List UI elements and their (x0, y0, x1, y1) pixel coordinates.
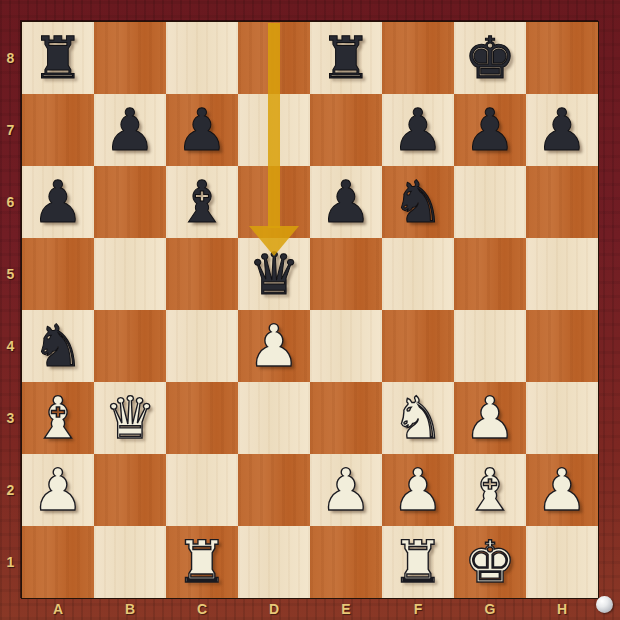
square-g5[interactable] (454, 238, 526, 310)
square-b2[interactable] (94, 454, 166, 526)
rank-label-7: 7 (0, 94, 21, 166)
square-e7[interactable] (310, 94, 382, 166)
square-a7[interactable] (22, 94, 94, 166)
square-a8[interactable]: ♜ (22, 22, 94, 94)
square-g6[interactable] (454, 166, 526, 238)
square-d8[interactable] (238, 22, 310, 94)
square-c3[interactable] (166, 382, 238, 454)
white-bishop-a3[interactable]: ♝ (32, 389, 84, 447)
square-e6[interactable]: ♟ (310, 166, 382, 238)
square-a1[interactable] (22, 526, 94, 598)
white-pawn-h2[interactable]: ♟ (536, 461, 588, 519)
square-f3[interactable]: ♞ (382, 382, 454, 454)
square-h6[interactable] (526, 166, 598, 238)
square-d2[interactable] (238, 454, 310, 526)
square-f5[interactable] (382, 238, 454, 310)
rank-label-6: 6 (0, 166, 21, 238)
square-c8[interactable] (166, 22, 238, 94)
square-g7[interactable]: ♟ (454, 94, 526, 166)
square-h7[interactable]: ♟ (526, 94, 598, 166)
square-b1[interactable] (94, 526, 166, 598)
square-e1[interactable] (310, 526, 382, 598)
board-frame: ♜♜♚♟♟♟♟♟♟♝♟♞♛♞♟♝♛♞♟♟♟♟♝♟♜♜♚ 87654321 ABC… (0, 0, 620, 620)
black-pawn-g7[interactable]: ♟ (464, 101, 516, 159)
square-f8[interactable] (382, 22, 454, 94)
square-f7[interactable]: ♟ (382, 94, 454, 166)
square-g4[interactable] (454, 310, 526, 382)
black-pawn-e6[interactable]: ♟ (320, 173, 372, 231)
square-d1[interactable] (238, 526, 310, 598)
square-d4[interactable]: ♟ (238, 310, 310, 382)
square-b5[interactable] (94, 238, 166, 310)
square-b8[interactable] (94, 22, 166, 94)
square-e8[interactable]: ♜ (310, 22, 382, 94)
rank-label-3: 3 (0, 382, 21, 454)
file-label-g: G (454, 598, 526, 620)
black-rook-e8[interactable]: ♜ (320, 29, 372, 87)
black-bishop-c6[interactable]: ♝ (176, 173, 228, 231)
square-h4[interactable] (526, 310, 598, 382)
square-h3[interactable] (526, 382, 598, 454)
square-c2[interactable] (166, 454, 238, 526)
black-pawn-b7[interactable]: ♟ (104, 101, 156, 159)
black-queen-d5[interactable]: ♛ (248, 245, 300, 303)
square-h5[interactable] (526, 238, 598, 310)
square-c5[interactable] (166, 238, 238, 310)
file-label-e: E (310, 598, 382, 620)
sphere-icon (596, 596, 613, 613)
black-pawn-f7[interactable]: ♟ (392, 101, 444, 159)
square-g3[interactable]: ♟ (454, 382, 526, 454)
black-knight-f6[interactable]: ♞ (392, 173, 444, 231)
square-b4[interactable] (94, 310, 166, 382)
square-h8[interactable] (526, 22, 598, 94)
white-knight-f3[interactable]: ♞ (392, 389, 444, 447)
square-g1[interactable]: ♚ (454, 526, 526, 598)
rank-label-8: 8 (0, 22, 21, 94)
square-c7[interactable]: ♟ (166, 94, 238, 166)
square-b7[interactable]: ♟ (94, 94, 166, 166)
square-a6[interactable]: ♟ (22, 166, 94, 238)
square-c6[interactable]: ♝ (166, 166, 238, 238)
file-label-d: D (238, 598, 310, 620)
square-e4[interactable] (310, 310, 382, 382)
square-d6[interactable] (238, 166, 310, 238)
file-label-b: B (94, 598, 166, 620)
black-rook-a8[interactable]: ♜ (32, 29, 84, 87)
black-pawn-a6[interactable]: ♟ (32, 173, 84, 231)
square-d3[interactable] (238, 382, 310, 454)
square-a4[interactable]: ♞ (22, 310, 94, 382)
board: ♜♜♚♟♟♟♟♟♟♝♟♞♛♞♟♝♛♞♟♟♟♟♝♟♜♜♚ (21, 21, 599, 599)
black-pawn-c7[interactable]: ♟ (176, 101, 228, 159)
file-label-h: H (526, 598, 598, 620)
file-label-c: C (166, 598, 238, 620)
rank-label-1: 1 (0, 526, 21, 598)
black-king-g8[interactable]: ♚ (464, 29, 516, 87)
white-pawn-d4[interactable]: ♟ (248, 317, 300, 375)
square-e2[interactable]: ♟ (310, 454, 382, 526)
square-g8[interactable]: ♚ (454, 22, 526, 94)
square-h1[interactable] (526, 526, 598, 598)
white-pawn-e2[interactable]: ♟ (320, 461, 372, 519)
file-label-f: F (382, 598, 454, 620)
square-c1[interactable]: ♜ (166, 526, 238, 598)
white-pawn-f2[interactable]: ♟ (392, 461, 444, 519)
white-king-g1[interactable]: ♚ (464, 533, 516, 591)
rank-label-5: 5 (0, 238, 21, 310)
white-rook-c1[interactable]: ♜ (176, 533, 228, 591)
black-pawn-h7[interactable]: ♟ (536, 101, 588, 159)
square-a3[interactable]: ♝ (22, 382, 94, 454)
white-rook-f1[interactable]: ♜ (392, 533, 444, 591)
square-h2[interactable]: ♟ (526, 454, 598, 526)
white-queen-b3[interactable]: ♛ (104, 389, 156, 447)
square-d5[interactable]: ♛ (238, 238, 310, 310)
square-e5[interactable] (310, 238, 382, 310)
white-pawn-g3[interactable]: ♟ (464, 389, 516, 447)
square-f6[interactable]: ♞ (382, 166, 454, 238)
square-a5[interactable] (22, 238, 94, 310)
white-pawn-a2[interactable]: ♟ (32, 461, 84, 519)
white-bishop-g2[interactable]: ♝ (464, 461, 516, 519)
square-f1[interactable]: ♜ (382, 526, 454, 598)
square-b6[interactable] (94, 166, 166, 238)
square-g2[interactable]: ♝ (454, 454, 526, 526)
square-c4[interactable] (166, 310, 238, 382)
square-d7[interactable] (238, 94, 310, 166)
square-f4[interactable] (382, 310, 454, 382)
rank-label-4: 4 (0, 310, 21, 382)
square-b3[interactable]: ♛ (94, 382, 166, 454)
black-knight-a4[interactable]: ♞ (32, 317, 84, 375)
file-label-a: A (22, 598, 94, 620)
square-f2[interactable]: ♟ (382, 454, 454, 526)
rank-label-2: 2 (0, 454, 21, 526)
square-a2[interactable]: ♟ (22, 454, 94, 526)
square-e3[interactable] (310, 382, 382, 454)
